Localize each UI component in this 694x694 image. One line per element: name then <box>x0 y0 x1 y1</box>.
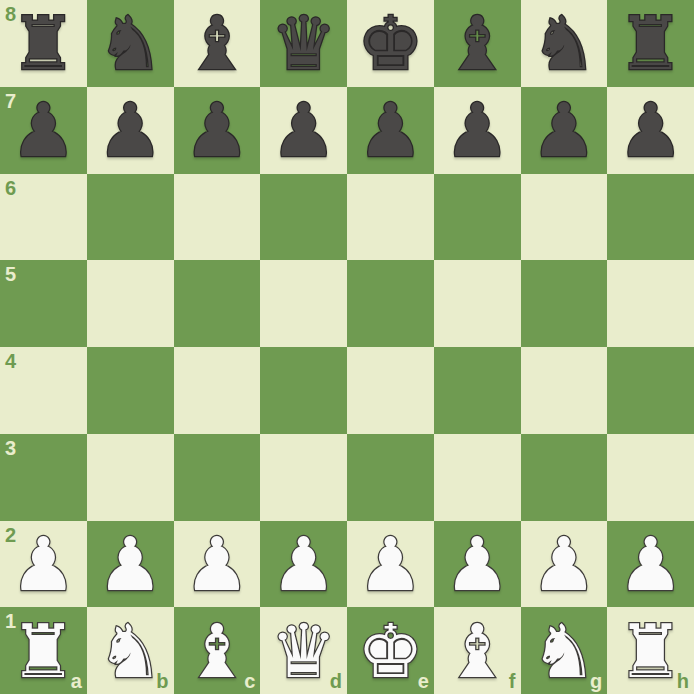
piece-black-knight[interactable]: ♞ <box>97 6 163 80</box>
piece-black-pawn[interactable]: ♟ <box>531 93 597 167</box>
square-f6[interactable] <box>434 174 521 261</box>
square-c7[interactable]: ♟ <box>174 87 261 174</box>
square-c4[interactable] <box>174 347 261 434</box>
square-h6[interactable] <box>607 174 694 261</box>
square-g5[interactable] <box>521 260 608 347</box>
piece-white-rook[interactable]: ♜ <box>617 614 683 688</box>
piece-black-pawn[interactable]: ♟ <box>357 93 423 167</box>
piece-black-pawn[interactable]: ♟ <box>444 93 510 167</box>
square-c2[interactable]: ♟ <box>174 521 261 608</box>
rank-label-6: 6 <box>5 178 16 198</box>
piece-black-knight[interactable]: ♞ <box>531 6 597 80</box>
piece-white-knight[interactable]: ♞ <box>97 614 163 688</box>
square-h5[interactable] <box>607 260 694 347</box>
square-h7[interactable]: ♟ <box>607 87 694 174</box>
square-a3[interactable]: 3 <box>0 434 87 521</box>
square-a1[interactable]: 1a♜ <box>0 607 87 694</box>
piece-black-pawn[interactable]: ♟ <box>270 93 336 167</box>
piece-white-queen[interactable]: ♛ <box>270 614 336 688</box>
square-f4[interactable] <box>434 347 521 434</box>
piece-white-pawn[interactable]: ♟ <box>531 527 597 601</box>
square-f1[interactable]: f♝ <box>434 607 521 694</box>
piece-black-king[interactable]: ♚ <box>357 6 423 80</box>
square-h3[interactable] <box>607 434 694 521</box>
square-g1[interactable]: g♞ <box>521 607 608 694</box>
piece-white-bishop[interactable]: ♝ <box>444 614 510 688</box>
square-d1[interactable]: d♛ <box>260 607 347 694</box>
square-b6[interactable] <box>87 174 174 261</box>
square-a4[interactable]: 4 <box>0 347 87 434</box>
square-h8[interactable]: ♜ <box>607 0 694 87</box>
rank-label-3: 3 <box>5 438 16 458</box>
square-d4[interactable] <box>260 347 347 434</box>
square-f8[interactable]: ♝ <box>434 0 521 87</box>
square-g7[interactable]: ♟ <box>521 87 608 174</box>
square-c3[interactable] <box>174 434 261 521</box>
square-b7[interactable]: ♟ <box>87 87 174 174</box>
piece-white-pawn[interactable]: ♟ <box>97 527 163 601</box>
piece-white-pawn[interactable]: ♟ <box>357 527 423 601</box>
piece-white-knight[interactable]: ♞ <box>531 614 597 688</box>
piece-white-pawn[interactable]: ♟ <box>10 527 76 601</box>
piece-black-bishop[interactable]: ♝ <box>184 6 250 80</box>
piece-black-pawn[interactable]: ♟ <box>97 93 163 167</box>
square-e5[interactable] <box>347 260 434 347</box>
square-e7[interactable]: ♟ <box>347 87 434 174</box>
square-a7[interactable]: 7♟ <box>0 87 87 174</box>
square-c6[interactable] <box>174 174 261 261</box>
square-c8[interactable]: ♝ <box>174 0 261 87</box>
square-c5[interactable] <box>174 260 261 347</box>
square-f2[interactable]: ♟ <box>434 521 521 608</box>
square-b8[interactable]: ♞ <box>87 0 174 87</box>
square-h4[interactable] <box>607 347 694 434</box>
rank-label-5: 5 <box>5 264 16 284</box>
square-b4[interactable] <box>87 347 174 434</box>
square-a6[interactable]: 6 <box>0 174 87 261</box>
square-e6[interactable] <box>347 174 434 261</box>
square-h1[interactable]: h♜ <box>607 607 694 694</box>
square-a5[interactable]: 5 <box>0 260 87 347</box>
square-d7[interactable]: ♟ <box>260 87 347 174</box>
square-e1[interactable]: e♚ <box>347 607 434 694</box>
square-g3[interactable] <box>521 434 608 521</box>
piece-black-rook[interactable]: ♜ <box>10 6 76 80</box>
square-d3[interactable] <box>260 434 347 521</box>
square-g6[interactable] <box>521 174 608 261</box>
rank-label-4: 4 <box>5 351 16 371</box>
chess-board: 8♜♞♝♛♚♝♞♜7♟♟♟♟♟♟♟♟65432♟♟♟♟♟♟♟♟1a♜b♞c♝d♛… <box>0 0 694 694</box>
piece-black-pawn[interactable]: ♟ <box>617 93 683 167</box>
square-b2[interactable]: ♟ <box>87 521 174 608</box>
square-e3[interactable] <box>347 434 434 521</box>
piece-black-rook[interactable]: ♜ <box>617 6 683 80</box>
square-c1[interactable]: c♝ <box>174 607 261 694</box>
square-d8[interactable]: ♛ <box>260 0 347 87</box>
piece-black-bishop[interactable]: ♝ <box>444 6 510 80</box>
square-f5[interactable] <box>434 260 521 347</box>
square-f7[interactable]: ♟ <box>434 87 521 174</box>
square-g2[interactable]: ♟ <box>521 521 608 608</box>
square-d6[interactable] <box>260 174 347 261</box>
square-b3[interactable] <box>87 434 174 521</box>
piece-black-queen[interactable]: ♛ <box>270 6 336 80</box>
square-e4[interactable] <box>347 347 434 434</box>
square-d5[interactable] <box>260 260 347 347</box>
piece-white-rook[interactable]: ♜ <box>10 614 76 688</box>
square-e2[interactable]: ♟ <box>347 521 434 608</box>
square-b1[interactable]: b♞ <box>87 607 174 694</box>
piece-white-bishop[interactable]: ♝ <box>184 614 250 688</box>
square-e8[interactable]: ♚ <box>347 0 434 87</box>
piece-white-pawn[interactable]: ♟ <box>270 527 336 601</box>
square-a2[interactable]: 2♟ <box>0 521 87 608</box>
square-b5[interactable] <box>87 260 174 347</box>
square-a8[interactable]: 8♜ <box>0 0 87 87</box>
piece-white-pawn[interactable]: ♟ <box>184 527 250 601</box>
piece-black-pawn[interactable]: ♟ <box>184 93 250 167</box>
square-g8[interactable]: ♞ <box>521 0 608 87</box>
square-f3[interactable] <box>434 434 521 521</box>
square-d2[interactable]: ♟ <box>260 521 347 608</box>
piece-white-pawn[interactable]: ♟ <box>617 527 683 601</box>
square-g4[interactable] <box>521 347 608 434</box>
square-h2[interactable]: ♟ <box>607 521 694 608</box>
piece-white-king[interactable]: ♚ <box>357 614 423 688</box>
piece-white-pawn[interactable]: ♟ <box>444 527 510 601</box>
piece-black-pawn[interactable]: ♟ <box>10 93 76 167</box>
